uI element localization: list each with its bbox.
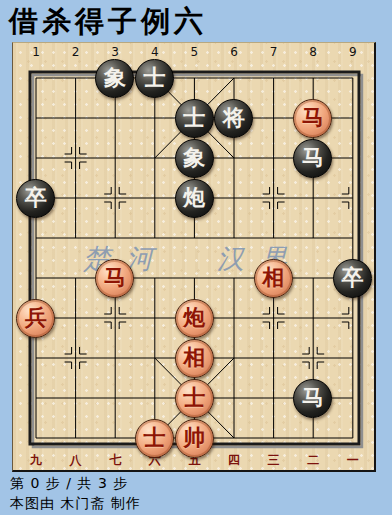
red-elephant[interactable]: 相: [254, 259, 293, 298]
black-elephant[interactable]: 象: [175, 139, 214, 178]
black-general[interactable]: 将: [214, 99, 253, 138]
red-elephant[interactable]: 相: [175, 339, 214, 378]
file-label-top: 8: [302, 45, 324, 59]
black-advisor[interactable]: 士: [135, 59, 174, 98]
black-horse[interactable]: 马: [293, 379, 332, 418]
red-horse[interactable]: 马: [293, 99, 332, 138]
black-advisor[interactable]: 士: [175, 99, 214, 138]
app-window: 借杀得子例六 123456789 楚河汉界 象士士将马象马卒炮马相卒兵炮相马士士…: [0, 0, 392, 515]
page-title: 借杀得子例六: [9, 2, 207, 42]
black-soldier[interactable]: 卒: [333, 259, 372, 298]
file-label-top: 6: [223, 45, 245, 59]
file-label-top: 9: [342, 45, 364, 59]
credit-line: 本图由 木门斋 制作: [10, 495, 141, 513]
file-label-top: 7: [263, 45, 285, 59]
piece-grid[interactable]: 象士士将马象马卒炮马相卒兵炮相马士士帅: [16, 58, 372, 458]
red-advisor[interactable]: 士: [175, 379, 214, 418]
move-counter: 第 0 步 / 共 3 步: [10, 475, 128, 493]
black-elephant[interactable]: 象: [95, 59, 134, 98]
file-label-top: 1: [25, 45, 47, 59]
file-label-top: 3: [104, 45, 126, 59]
file-label-top: 4: [144, 45, 166, 59]
red-soldier[interactable]: 兵: [16, 299, 55, 338]
red-advisor[interactable]: 士: [135, 419, 174, 458]
file-label-top: 2: [65, 45, 87, 59]
black-cannon[interactable]: 炮: [175, 179, 214, 218]
board-panel[interactable]: 123456789 楚河汉界 象士士将马象马卒炮马相卒兵炮相马士士帅 九八七六五…: [12, 42, 376, 472]
black-soldier[interactable]: 卒: [16, 179, 55, 218]
file-label-top: 5: [183, 45, 205, 59]
red-horse[interactable]: 马: [95, 259, 134, 298]
black-horse[interactable]: 马: [293, 139, 332, 178]
red-cannon[interactable]: 炮: [175, 299, 214, 338]
red-general[interactable]: 帅: [175, 419, 214, 458]
